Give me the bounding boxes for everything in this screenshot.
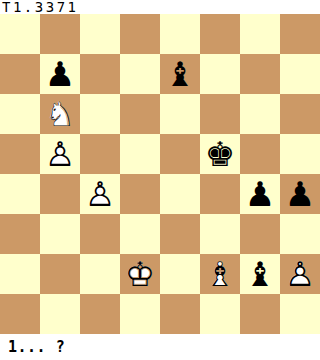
square-f3[interactable]: [200, 214, 240, 254]
black-pawn-glyph: ♟: [280, 174, 320, 214]
square-g4[interactable]: ♟: [240, 174, 280, 214]
white-knight-outline: ♘: [40, 94, 80, 134]
square-b5[interactable]: ♟♙: [40, 134, 80, 174]
white-king: ♚♔: [120, 254, 160, 294]
square-e3[interactable]: [160, 214, 200, 254]
square-c8[interactable]: [80, 14, 120, 54]
black-pawn: ♟: [40, 54, 80, 94]
black-bishop-glyph: ♝: [160, 54, 200, 94]
square-d2[interactable]: ♚♔: [120, 254, 160, 294]
square-g7[interactable]: [240, 54, 280, 94]
square-c4[interactable]: ♟♙: [80, 174, 120, 214]
square-e4[interactable]: [160, 174, 200, 214]
square-g5[interactable]: [240, 134, 280, 174]
square-g2[interactable]: ♝: [240, 254, 280, 294]
square-e2[interactable]: [160, 254, 200, 294]
square-e5[interactable]: [160, 134, 200, 174]
chess-puzzle-app: T1.3371 ♟♝♞♘♟♙♚♟♙♟♟♚♔♝♗♝♟♙ 1... ?: [0, 0, 320, 360]
white-pawn: ♟♙: [40, 134, 80, 174]
black-pawn: ♟: [240, 174, 280, 214]
square-c2[interactable]: [80, 254, 120, 294]
square-a8[interactable]: [0, 14, 40, 54]
black-pawn-glyph: ♟: [240, 174, 280, 214]
square-b2[interactable]: [40, 254, 80, 294]
white-pawn-outline: ♙: [80, 174, 120, 214]
square-f6[interactable]: [200, 94, 240, 134]
square-f4[interactable]: [200, 174, 240, 214]
black-king-glyph: ♚: [200, 134, 240, 174]
square-d4[interactable]: [120, 174, 160, 214]
square-e1[interactable]: [160, 294, 200, 334]
square-f8[interactable]: [200, 14, 240, 54]
square-h1[interactable]: [280, 294, 320, 334]
square-h2[interactable]: ♟♙: [280, 254, 320, 294]
square-a3[interactable]: [0, 214, 40, 254]
square-a5[interactable]: [0, 134, 40, 174]
square-f5[interactable]: ♚: [200, 134, 240, 174]
square-h5[interactable]: [280, 134, 320, 174]
square-h6[interactable]: [280, 94, 320, 134]
square-b8[interactable]: [40, 14, 80, 54]
square-g6[interactable]: [240, 94, 280, 134]
move-prompt: 1... ?: [8, 339, 65, 356]
square-c6[interactable]: [80, 94, 120, 134]
square-f1[interactable]: [200, 294, 240, 334]
white-pawn: ♟♙: [80, 174, 120, 214]
chess-board: ♟♝♞♘♟♙♚♟♙♟♟♚♔♝♗♝♟♙: [0, 14, 320, 334]
square-b7[interactable]: ♟: [40, 54, 80, 94]
white-bishop: ♝♗: [200, 254, 240, 294]
square-d1[interactable]: [120, 294, 160, 334]
black-pawn-glyph: ♟: [40, 54, 80, 94]
square-a6[interactable]: [0, 94, 40, 134]
square-d8[interactable]: [120, 14, 160, 54]
square-g1[interactable]: [240, 294, 280, 334]
square-h3[interactable]: [280, 214, 320, 254]
square-g3[interactable]: [240, 214, 280, 254]
square-a2[interactable]: [0, 254, 40, 294]
square-e6[interactable]: [160, 94, 200, 134]
black-bishop: ♝: [240, 254, 280, 294]
puzzle-id: T1.3371: [2, 0, 79, 14]
square-a4[interactable]: [0, 174, 40, 214]
square-h4[interactable]: ♟: [280, 174, 320, 214]
square-d6[interactable]: [120, 94, 160, 134]
white-bishop-outline: ♗: [200, 254, 240, 294]
square-c7[interactable]: [80, 54, 120, 94]
square-b4[interactable]: [40, 174, 80, 214]
black-bishop: ♝: [160, 54, 200, 94]
square-b3[interactable]: [40, 214, 80, 254]
black-bishop-glyph: ♝: [240, 254, 280, 294]
square-f7[interactable]: [200, 54, 240, 94]
white-knight: ♞♘: [40, 94, 80, 134]
square-c3[interactable]: [80, 214, 120, 254]
white-pawn-outline: ♙: [40, 134, 80, 174]
square-f2[interactable]: ♝♗: [200, 254, 240, 294]
square-h7[interactable]: [280, 54, 320, 94]
black-king: ♚: [200, 134, 240, 174]
white-king-outline: ♔: [120, 254, 160, 294]
square-a7[interactable]: [0, 54, 40, 94]
square-c1[interactable]: [80, 294, 120, 334]
black-pawn: ♟: [280, 174, 320, 214]
square-e7[interactable]: ♝: [160, 54, 200, 94]
square-d5[interactable]: [120, 134, 160, 174]
square-c5[interactable]: [80, 134, 120, 174]
square-a1[interactable]: [0, 294, 40, 334]
white-pawn-outline: ♙: [280, 254, 320, 294]
white-pawn: ♟♙: [280, 254, 320, 294]
square-h8[interactable]: [280, 14, 320, 54]
square-e8[interactable]: [160, 14, 200, 54]
square-g8[interactable]: [240, 14, 280, 54]
square-d3[interactable]: [120, 214, 160, 254]
square-b1[interactable]: [40, 294, 80, 334]
square-d7[interactable]: [120, 54, 160, 94]
square-b6[interactable]: ♞♘: [40, 94, 80, 134]
